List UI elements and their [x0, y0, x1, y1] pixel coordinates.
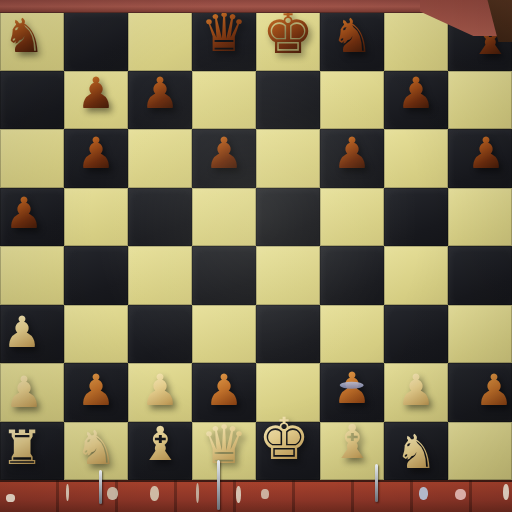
square-d4[interactable] [192, 246, 256, 305]
square-g7[interactable]: ♟ [384, 71, 448, 130]
piece-black-pawn-f6[interactable]: ♟ [333, 132, 372, 175]
square-a2[interactable]: ♟ [0, 363, 64, 422]
square-e1[interactable]: ♚ [256, 422, 320, 481]
knight-glyph: ♞ [75, 423, 117, 470]
square-g6[interactable] [384, 129, 448, 188]
square-c6[interactable] [128, 129, 192, 188]
frame-paint-mark-2 [107, 487, 118, 500]
pawn-glyph: ♟ [5, 371, 44, 414]
piece-black-pawn-a5[interactable]: ♟ [5, 192, 44, 235]
square-g3[interactable] [384, 305, 448, 364]
frame-paint-mark-5 [236, 486, 241, 503]
square-h2[interactable]: ♟ [448, 363, 512, 422]
piece-white-pawn-h2[interactable]: ♟ [475, 369, 512, 412]
piece-white-rook-a1[interactable]: ♜ [1, 423, 43, 470]
piece-black-queen-d8[interactable]: ♛ [200, 7, 248, 60]
piece-black-pawn-g7[interactable]: ♟ [397, 72, 436, 115]
frame-paint-mark-3 [150, 486, 159, 501]
piece-black-pawn-b7[interactable]: ♟ [77, 72, 116, 115]
pawn-glyph: ♟ [205, 369, 244, 412]
piece-white-bishop-f1[interactable]: ♝ [331, 417, 373, 464]
piece-white-pawn-c2[interactable]: ♟ [141, 369, 180, 412]
square-d3[interactable] [192, 305, 256, 364]
pawn-glyph: ♟ [205, 132, 244, 175]
square-d8[interactable]: ♛ [192, 12, 256, 71]
piece-white-pawn-a2[interactable]: ♟ [5, 371, 44, 414]
pawn-glyph: ♟ [77, 132, 116, 175]
pawn-glyph: ♟ [141, 369, 180, 412]
square-c4[interactable] [128, 246, 192, 305]
square-g5[interactable] [384, 188, 448, 247]
frame-paint-mark-6 [261, 489, 269, 499]
square-f4[interactable] [320, 246, 384, 305]
pawn-glyph: ♟ [397, 369, 436, 412]
square-b1[interactable]: ♞ [64, 422, 128, 481]
square-c8[interactable] [128, 12, 192, 71]
square-g4[interactable] [384, 246, 448, 305]
knight-glyph: ♞ [395, 427, 437, 474]
queen-glyph: ♛ [200, 7, 248, 60]
square-h6[interactable]: ♟ [448, 129, 512, 188]
piece-black-pawn-h6[interactable]: ♟ [467, 132, 506, 175]
square-h5[interactable] [448, 188, 512, 247]
rook-glyph: ♜ [1, 423, 43, 470]
square-c7[interactable]: ♟ [128, 71, 192, 130]
chess-board: ♞♛♚♞♝♟♟♟♟♟♟♟♟♟♟♟♟♟♟♟♟♜♞♝♛♚♝♞ [0, 12, 512, 480]
piece-white-pawn-a3[interactable]: ♟ [3, 311, 42, 354]
bishop-glyph: ♝ [331, 417, 373, 464]
square-h3[interactable] [448, 305, 512, 364]
piece-black-pawn-d6[interactable]: ♟ [205, 132, 244, 175]
square-c5[interactable] [128, 188, 192, 247]
square-g8[interactable] [384, 12, 448, 71]
square-d5[interactable] [192, 188, 256, 247]
piece-white-pawn-g2[interactable]: ♟ [397, 369, 436, 412]
square-h7[interactable] [448, 71, 512, 130]
square-d6[interactable]: ♟ [192, 129, 256, 188]
pawn-glyph: ♟ [475, 369, 512, 412]
piece-black-knight-f8[interactable]: ♞ [331, 12, 373, 59]
piece-white-bishop-c1[interactable]: ♝ [139, 419, 181, 466]
pin-artifact-1 [375, 464, 378, 502]
square-c3[interactable] [128, 305, 192, 364]
king-glyph: ♚ [258, 409, 310, 467]
knight-glyph: ♞ [3, 12, 45, 59]
square-b7[interactable]: ♟ [64, 71, 128, 130]
square-a4[interactable] [0, 246, 64, 305]
piece-black-pawn-c7[interactable]: ♟ [141, 72, 180, 115]
square-b3[interactable] [64, 305, 128, 364]
bishop-glyph: ♝ [139, 419, 181, 466]
piece-white-pawn-b2[interactable]: ♟ [77, 369, 116, 412]
square-g2[interactable]: ♟ [384, 363, 448, 422]
pin-artifact-2 [99, 470, 102, 504]
knight-glyph: ♞ [331, 12, 373, 59]
square-e6[interactable] [256, 129, 320, 188]
square-d1[interactable]: ♛ [192, 422, 256, 481]
square-b5[interactable] [64, 188, 128, 247]
square-c1[interactable]: ♝ [128, 422, 192, 481]
square-a8[interactable]: ♞ [0, 12, 64, 71]
piece-white-king-e1[interactable]: ♚ [258, 409, 310, 467]
square-b6[interactable]: ♟ [64, 129, 128, 188]
blue-band-detail [340, 382, 364, 389]
piece-black-pawn-b6[interactable]: ♟ [77, 132, 116, 175]
square-c2[interactable]: ♟ [128, 363, 192, 422]
square-a3[interactable]: ♟ [0, 305, 64, 364]
square-a5[interactable]: ♟ [0, 188, 64, 247]
square-e7[interactable] [256, 71, 320, 130]
piece-white-knight-b1[interactable]: ♞ [75, 423, 117, 470]
piece-white-pawn-f2[interactable]: ♟ [333, 367, 372, 410]
pin-artifact-0 [217, 460, 220, 510]
square-b4[interactable] [64, 246, 128, 305]
square-e8[interactable]: ♚ [256, 12, 320, 71]
frame-paint-mark-9 [503, 484, 509, 500]
square-f6[interactable]: ♟ [320, 129, 384, 188]
square-d7[interactable] [192, 71, 256, 130]
pawn-glyph: ♟ [397, 72, 436, 115]
piece-white-queen-d1[interactable]: ♛ [200, 418, 248, 471]
pawn-glyph: ♟ [467, 132, 506, 175]
square-b8[interactable] [64, 12, 128, 71]
pawn-glyph: ♟ [77, 72, 116, 115]
queen-glyph: ♛ [200, 418, 248, 471]
square-e3[interactable] [256, 305, 320, 364]
square-h4[interactable] [448, 246, 512, 305]
square-f3[interactable] [320, 305, 384, 364]
square-g1[interactable]: ♞ [384, 422, 448, 481]
square-a6[interactable] [0, 129, 64, 188]
frame-paint-mark-1 [66, 484, 69, 501]
frame-paint-mark-4 [196, 483, 199, 503]
pawn-glyph: ♟ [141, 72, 180, 115]
square-h1[interactable] [448, 422, 512, 481]
square-a1[interactable]: ♜ [0, 422, 64, 481]
square-a7[interactable] [0, 71, 64, 130]
piece-white-knight-g1[interactable]: ♞ [395, 427, 437, 474]
square-f7[interactable] [320, 71, 384, 130]
square-e4[interactable] [256, 246, 320, 305]
square-f8[interactable]: ♞ [320, 12, 384, 71]
frame-paint-mark-8 [455, 489, 466, 500]
board-frame-bottom [0, 480, 512, 512]
pawn-glyph: ♟ [3, 311, 42, 354]
pawn-glyph: ♟ [77, 369, 116, 412]
pawn-glyph: ♟ [5, 192, 44, 235]
square-b2[interactable]: ♟ [64, 363, 128, 422]
piece-black-knight-a8[interactable]: ♞ [3, 12, 45, 59]
chessboard-photo: ♞♛♚♞♝♟♟♟♟♟♟♟♟♟♟♟♟♟♟♟♟♜♞♝♛♚♝♞ [0, 0, 512, 512]
pawn-glyph: ♟ [333, 132, 372, 175]
piece-white-pawn-d2[interactable]: ♟ [205, 369, 244, 412]
frame-paint-mark-7 [419, 487, 428, 500]
square-e5[interactable] [256, 188, 320, 247]
frame-paint-mark-0 [6, 494, 15, 502]
square-d2[interactable]: ♟ [192, 363, 256, 422]
square-f5[interactable] [320, 188, 384, 247]
